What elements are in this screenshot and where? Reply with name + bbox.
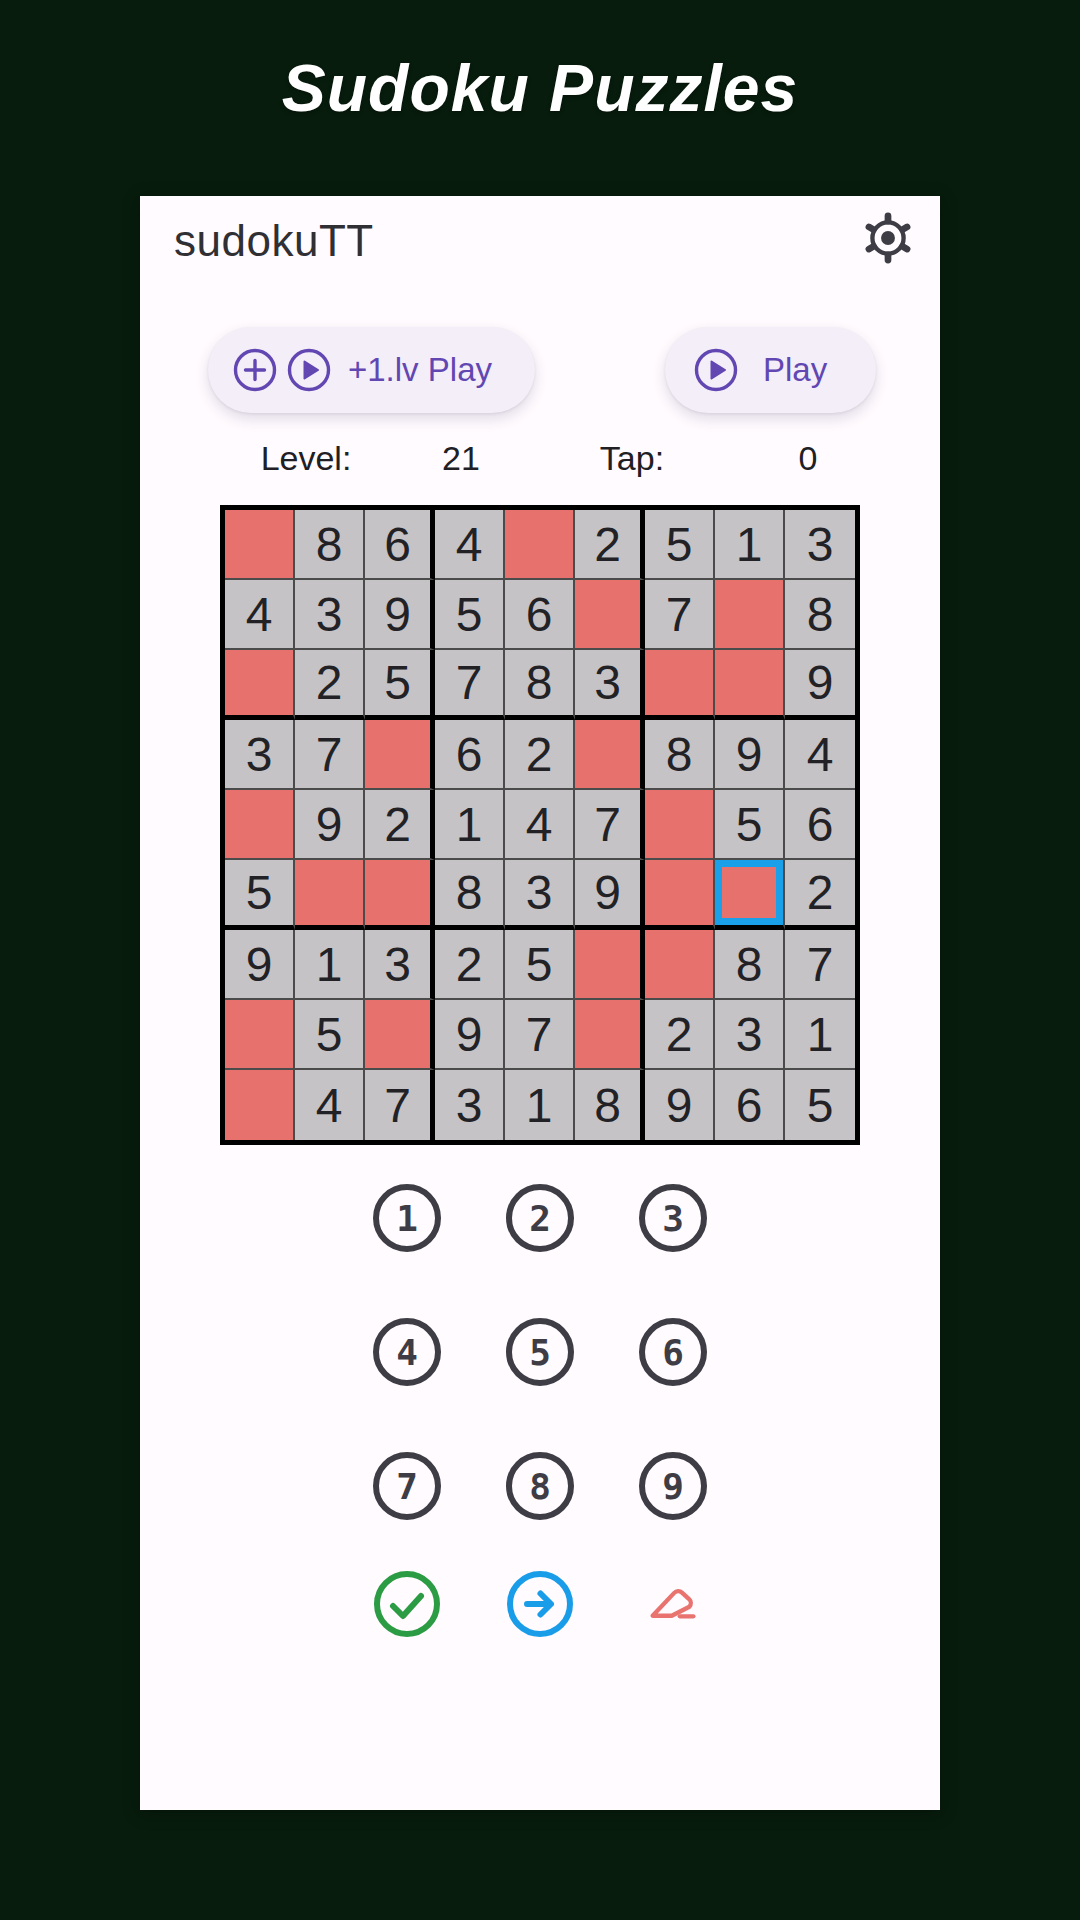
cell-r1c5[interactable] <box>505 510 575 580</box>
cell-r4c8[interactable]: 9 <box>715 720 785 790</box>
play-circle-icon <box>693 347 739 393</box>
action-row <box>373 1570 707 1638</box>
cell-r3c1[interactable] <box>225 650 295 720</box>
cell-r1c9[interactable]: 3 <box>785 510 855 580</box>
cell-r1c4[interactable]: 4 <box>435 510 505 580</box>
cell-r2c7[interactable]: 7 <box>645 580 715 650</box>
cell-r2c3[interactable]: 9 <box>365 580 435 650</box>
cell-r6c6[interactable]: 9 <box>575 860 645 930</box>
cell-r8c9[interactable]: 1 <box>785 1000 855 1070</box>
cell-r8c8[interactable]: 3 <box>715 1000 785 1070</box>
numpad-button-7[interactable]: 7 <box>373 1452 441 1520</box>
cell-r6c5[interactable]: 3 <box>505 860 575 930</box>
cell-r1c6[interactable]: 2 <box>575 510 645 580</box>
cell-r8c1[interactable] <box>225 1000 295 1070</box>
settings-button[interactable] <box>862 212 914 264</box>
cell-r3c7[interactable] <box>645 650 715 720</box>
cell-r9c9[interactable]: 5 <box>785 1070 855 1140</box>
cell-r7c9[interactable]: 7 <box>785 930 855 1000</box>
cell-r4c3[interactable] <box>365 720 435 790</box>
play-label: Play <box>763 351 827 389</box>
cell-r2c5[interactable]: 6 <box>505 580 575 650</box>
plus-circle-icon <box>232 347 278 393</box>
cell-r7c3[interactable]: 3 <box>365 930 435 1000</box>
cell-r5c4[interactable]: 1 <box>435 790 505 860</box>
numpad-button-3[interactable]: 3 <box>639 1184 707 1252</box>
numpad: 123456789 <box>373 1184 707 1520</box>
cell-r5c5[interactable]: 4 <box>505 790 575 860</box>
cell-r9c4[interactable]: 3 <box>435 1070 505 1140</box>
level-label: Level: <box>261 439 352 478</box>
confirm-button[interactable] <box>373 1570 441 1638</box>
cell-r9c7[interactable]: 9 <box>645 1070 715 1140</box>
cell-r2c8[interactable] <box>715 580 785 650</box>
cell-r5c3[interactable]: 2 <box>365 790 435 860</box>
cell-r4c9[interactable]: 4 <box>785 720 855 790</box>
cell-r4c4[interactable]: 6 <box>435 720 505 790</box>
cell-r4c5[interactable]: 2 <box>505 720 575 790</box>
cell-r2c6[interactable] <box>575 580 645 650</box>
play-circle-icon <box>286 347 332 393</box>
cell-r4c2[interactable]: 7 <box>295 720 365 790</box>
cell-r3c9[interactable]: 9 <box>785 650 855 720</box>
cell-r5c7[interactable] <box>645 790 715 860</box>
cell-r2c9[interactable]: 8 <box>785 580 855 650</box>
sudoku-board: 8642513439567825783937628949214756583929… <box>220 505 860 1145</box>
arrow-right-circle-icon <box>506 1570 574 1638</box>
cell-r7c2[interactable]: 1 <box>295 930 365 1000</box>
cell-r2c4[interactable]: 5 <box>435 580 505 650</box>
cell-r7c4[interactable]: 2 <box>435 930 505 1000</box>
cell-r3c5[interactable]: 8 <box>505 650 575 720</box>
cell-r9c6[interactable]: 8 <box>575 1070 645 1140</box>
numpad-button-1[interactable]: 1 <box>373 1184 441 1252</box>
numpad-button-2[interactable]: 2 <box>506 1184 574 1252</box>
cell-r4c1[interactable]: 3 <box>225 720 295 790</box>
plus-play-label: +1.lv Play <box>348 351 492 389</box>
cell-r6c8[interactable] <box>715 860 785 930</box>
cell-r5c9[interactable]: 6 <box>785 790 855 860</box>
cell-r6c9[interactable]: 2 <box>785 860 855 930</box>
cell-r5c6[interactable]: 7 <box>575 790 645 860</box>
cell-r3c6[interactable]: 3 <box>575 650 645 720</box>
cell-r1c8[interactable]: 1 <box>715 510 785 580</box>
eraser-icon <box>639 1570 707 1638</box>
play-button[interactable]: Play <box>665 327 876 413</box>
cell-r7c7[interactable] <box>645 930 715 1000</box>
cell-r9c1[interactable] <box>225 1070 295 1140</box>
cell-r9c3[interactable]: 7 <box>365 1070 435 1140</box>
numpad-button-4[interactable]: 4 <box>373 1318 441 1386</box>
cell-r8c5[interactable]: 7 <box>505 1000 575 1070</box>
gear-icon <box>862 212 914 264</box>
cell-r4c7[interactable]: 8 <box>645 720 715 790</box>
numpad-button-8[interactable]: 8 <box>506 1452 574 1520</box>
cell-r3c8[interactable] <box>715 650 785 720</box>
move-next-button[interactable] <box>506 1570 574 1638</box>
app-name: sudokuTT <box>174 216 374 266</box>
cell-r7c1[interactable]: 9 <box>225 930 295 1000</box>
cell-r4c6[interactable] <box>575 720 645 790</box>
erase-button[interactable] <box>639 1570 707 1638</box>
cell-r9c5[interactable]: 1 <box>505 1070 575 1140</box>
numpad-button-9[interactable]: 9 <box>639 1452 707 1520</box>
cell-r7c5[interactable]: 5 <box>505 930 575 1000</box>
cell-r8c3[interactable] <box>365 1000 435 1070</box>
cell-r6c1[interactable]: 5 <box>225 860 295 930</box>
cell-r3c2[interactable]: 2 <box>295 650 365 720</box>
cell-r9c8[interactable]: 6 <box>715 1070 785 1140</box>
cell-r8c2[interactable]: 5 <box>295 1000 365 1070</box>
cell-r8c7[interactable]: 2 <box>645 1000 715 1070</box>
cell-r3c3[interactable]: 5 <box>365 650 435 720</box>
cell-r8c4[interactable]: 9 <box>435 1000 505 1070</box>
page-title: Sudoku Puzzles <box>0 50 1080 126</box>
cell-r3c4[interactable]: 7 <box>435 650 505 720</box>
cell-r7c8[interactable]: 8 <box>715 930 785 1000</box>
cell-r1c2[interactable]: 8 <box>295 510 365 580</box>
cell-r5c2[interactable]: 9 <box>295 790 365 860</box>
cell-r5c1[interactable] <box>225 790 295 860</box>
cell-r2c2[interactable]: 3 <box>295 580 365 650</box>
level-value: 21 <box>442 439 480 478</box>
app-card: sudokuTT <box>140 196 940 1810</box>
cell-r6c7[interactable] <box>645 860 715 930</box>
cell-r1c1[interactable] <box>225 510 295 580</box>
cell-r6c3[interactable] <box>365 860 435 930</box>
tap-label: Tap: <box>600 439 664 478</box>
cell-r5c8[interactable]: 5 <box>715 790 785 860</box>
app-screen: Sudoku Puzzles sudokuTT <box>0 0 1080 1920</box>
cell-r2c1[interactable]: 4 <box>225 580 295 650</box>
numpad-button-5[interactable]: 5 <box>506 1318 574 1386</box>
check-circle-icon <box>373 1570 441 1638</box>
cell-r9c2[interactable]: 4 <box>295 1070 365 1140</box>
plus-level-play-button[interactable]: +1.lv Play <box>208 327 535 413</box>
cell-r8c6[interactable] <box>575 1000 645 1070</box>
tap-value: 0 <box>799 439 818 478</box>
cell-r6c2[interactable] <box>295 860 365 930</box>
cell-r1c7[interactable]: 5 <box>645 510 715 580</box>
numpad-button-6[interactable]: 6 <box>639 1318 707 1386</box>
cell-r7c6[interactable] <box>575 930 645 1000</box>
cell-r6c4[interactable]: 8 <box>435 860 505 930</box>
cell-r1c3[interactable]: 6 <box>365 510 435 580</box>
